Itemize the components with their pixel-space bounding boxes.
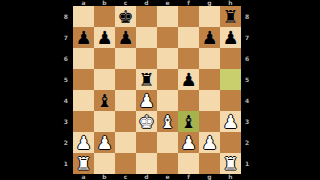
square-e8[interactable] <box>157 6 178 27</box>
piece-white-pawn-b2[interactable]: ♟ <box>96 132 112 153</box>
square-d8[interactable] <box>136 6 157 27</box>
file-label-c: c <box>115 174 136 180</box>
square-d6[interactable] <box>136 48 157 69</box>
square-e7[interactable] <box>157 27 178 48</box>
page-background: abcdefgh abcdefgh 87654321 87654321 ♚♜♟♟… <box>0 0 320 180</box>
square-e1[interactable] <box>157 153 178 174</box>
square-e3[interactable]: ♝ <box>157 111 178 132</box>
square-h6[interactable] <box>220 48 241 69</box>
file-label-h: h <box>220 174 241 180</box>
piece-black-pawn-b7[interactable]: ♟ <box>96 27 112 48</box>
file-labels-bottom: abcdefgh <box>73 174 241 180</box>
square-f2[interactable]: ♟ <box>178 132 199 153</box>
piece-white-rook-a1[interactable]: ♜ <box>75 153 91 174</box>
rank-label-8: 8 <box>243 6 253 27</box>
piece-black-bishop-b4[interactable]: ♝ <box>96 90 112 111</box>
square-f5[interactable]: ♟ <box>178 69 199 90</box>
square-a2[interactable]: ♟ <box>73 132 94 153</box>
square-f6[interactable] <box>178 48 199 69</box>
square-b2[interactable]: ♟ <box>94 132 115 153</box>
square-b7[interactable]: ♟ <box>94 27 115 48</box>
square-h8[interactable]: ♜ <box>220 6 241 27</box>
square-c3[interactable] <box>115 111 136 132</box>
square-a1[interactable]: ♜ <box>73 153 94 174</box>
square-b3[interactable] <box>94 111 115 132</box>
square-c8[interactable]: ♚ <box>115 6 136 27</box>
square-b1[interactable] <box>94 153 115 174</box>
rank-label-2: 2 <box>58 132 71 153</box>
rank-label-7: 7 <box>243 27 253 48</box>
square-a5[interactable] <box>73 69 94 90</box>
square-a3[interactable] <box>73 111 94 132</box>
piece-white-bishop-e3[interactable]: ♝ <box>159 111 175 132</box>
piece-black-pawn-f5[interactable]: ♟ <box>180 69 196 90</box>
square-g6[interactable] <box>199 48 220 69</box>
file-label-f: f <box>178 174 199 180</box>
piece-black-pawn-h7[interactable]: ♟ <box>222 27 238 48</box>
square-g1[interactable] <box>199 153 220 174</box>
piece-white-pawn-h3[interactable]: ♟ <box>222 111 238 132</box>
square-c1[interactable] <box>115 153 136 174</box>
rank-label-7: 7 <box>58 27 71 48</box>
rank-label-6: 6 <box>243 48 253 69</box>
rank-label-1: 1 <box>58 153 71 174</box>
square-d5[interactable]: ♜ <box>136 69 157 90</box>
rank-labels-left: 87654321 <box>58 6 71 174</box>
piece-white-pawn-a2[interactable]: ♟ <box>75 132 91 153</box>
square-c4[interactable] <box>115 90 136 111</box>
square-a6[interactable] <box>73 48 94 69</box>
square-b5[interactable] <box>94 69 115 90</box>
rank-labels-right: 87654321 <box>243 6 253 174</box>
square-d7[interactable] <box>136 27 157 48</box>
square-f3-lastmove-highlight[interactable]: ♝ <box>178 111 199 132</box>
square-g5[interactable] <box>199 69 220 90</box>
square-d4[interactable]: ♟ <box>136 90 157 111</box>
square-g8[interactable] <box>199 6 220 27</box>
square-d3[interactable]: ♚ <box>136 111 157 132</box>
rank-label-3: 3 <box>243 111 253 132</box>
square-g3[interactable] <box>199 111 220 132</box>
square-c2[interactable] <box>115 132 136 153</box>
piece-white-rook-h1[interactable]: ♜ <box>222 153 238 174</box>
square-d2[interactable] <box>136 132 157 153</box>
square-h5-lastmove-highlight[interactable] <box>220 69 241 90</box>
square-c7[interactable]: ♟ <box>115 27 136 48</box>
rank-label-5: 5 <box>243 69 253 90</box>
rank-label-6: 6 <box>58 48 71 69</box>
square-h4[interactable] <box>220 90 241 111</box>
piece-black-bishop-f3[interactable]: ♝ <box>180 111 196 132</box>
square-b4[interactable]: ♝ <box>94 90 115 111</box>
rank-label-1: 1 <box>243 153 253 174</box>
square-h3[interactable]: ♟ <box>220 111 241 132</box>
rank-label-2: 2 <box>243 132 253 153</box>
piece-white-pawn-d4[interactable]: ♟ <box>138 90 154 111</box>
square-b8[interactable] <box>94 6 115 27</box>
square-c5[interactable] <box>115 69 136 90</box>
square-f8[interactable] <box>178 6 199 27</box>
square-g7[interactable]: ♟ <box>199 27 220 48</box>
square-a8[interactable] <box>73 6 94 27</box>
rank-label-4: 4 <box>243 90 253 111</box>
piece-white-pawn-g2[interactable]: ♟ <box>201 132 217 153</box>
piece-black-rook-d5[interactable]: ♜ <box>138 69 154 90</box>
square-b6[interactable] <box>94 48 115 69</box>
square-g4[interactable] <box>199 90 220 111</box>
file-label-e: e <box>157 174 178 180</box>
file-label-g: g <box>199 174 220 180</box>
square-f1[interactable] <box>178 153 199 174</box>
piece-black-pawn-a7[interactable]: ♟ <box>75 27 91 48</box>
square-h7[interactable]: ♟ <box>220 27 241 48</box>
piece-white-pawn-f2[interactable]: ♟ <box>180 132 196 153</box>
rank-label-4: 4 <box>58 90 71 111</box>
file-label-b: b <box>94 174 115 180</box>
piece-white-king-d3[interactable]: ♚ <box>138 111 154 132</box>
square-e5[interactable] <box>157 69 178 90</box>
rank-label-3: 3 <box>58 111 71 132</box>
square-e2[interactable] <box>157 132 178 153</box>
piece-black-pawn-g7[interactable]: ♟ <box>201 27 217 48</box>
square-a4[interactable] <box>73 90 94 111</box>
rank-label-5: 5 <box>58 69 71 90</box>
square-f7[interactable] <box>178 27 199 48</box>
piece-black-king-c8[interactable]: ♚ <box>117 6 133 27</box>
chess-board: ♚♜♟♟♟♟♟♜♟♝♟♚♝♝♟♟♟♟♟♜♜ <box>73 6 241 174</box>
square-f4[interactable] <box>178 90 199 111</box>
piece-black-rook-h8[interactable]: ♜ <box>222 6 238 27</box>
file-label-a: a <box>73 174 94 180</box>
square-h2[interactable] <box>220 132 241 153</box>
square-d1[interactable] <box>136 153 157 174</box>
square-a7[interactable]: ♟ <box>73 27 94 48</box>
square-c6[interactable] <box>115 48 136 69</box>
square-e6[interactable] <box>157 48 178 69</box>
square-h1[interactable]: ♜ <box>220 153 241 174</box>
file-label-d: d <box>136 174 157 180</box>
rank-label-8: 8 <box>58 6 71 27</box>
square-e4[interactable] <box>157 90 178 111</box>
piece-black-pawn-c7[interactable]: ♟ <box>117 27 133 48</box>
square-g2[interactable]: ♟ <box>199 132 220 153</box>
